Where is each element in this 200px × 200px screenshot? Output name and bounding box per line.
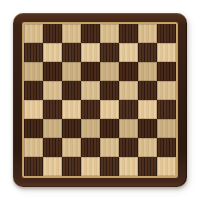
- square-h2: [157, 138, 176, 157]
- square-d1: [81, 157, 100, 176]
- square-g7: [138, 43, 157, 62]
- square-c4: [62, 100, 81, 119]
- square-h6: [157, 62, 176, 81]
- square-a5: [24, 81, 43, 100]
- square-h3: [157, 119, 176, 138]
- square-h8: [157, 24, 176, 43]
- square-c3: [62, 119, 81, 138]
- maple-border-inlay: [22, 22, 178, 178]
- square-f7: [119, 43, 138, 62]
- square-g8: [138, 24, 157, 43]
- square-b8: [43, 24, 62, 43]
- square-a8: [24, 24, 43, 43]
- square-f4: [119, 100, 138, 119]
- square-c2: [62, 138, 81, 157]
- square-d3: [81, 119, 100, 138]
- square-g5: [138, 81, 157, 100]
- square-h1: [157, 157, 176, 176]
- product-photo-background: [0, 0, 200, 200]
- square-a7: [24, 43, 43, 62]
- square-b5: [43, 81, 62, 100]
- square-c6: [62, 62, 81, 81]
- square-a4: [24, 100, 43, 119]
- square-d7: [81, 43, 100, 62]
- square-d4: [81, 100, 100, 119]
- square-g6: [138, 62, 157, 81]
- square-e2: [100, 138, 119, 157]
- square-f3: [119, 119, 138, 138]
- square-b3: [43, 119, 62, 138]
- square-g3: [138, 119, 157, 138]
- square-h4: [157, 100, 176, 119]
- square-e3: [100, 119, 119, 138]
- chess-board: [13, 13, 187, 187]
- square-a2: [24, 138, 43, 157]
- square-f1: [119, 157, 138, 176]
- square-c7: [62, 43, 81, 62]
- square-f6: [119, 62, 138, 81]
- square-b2: [43, 138, 62, 157]
- square-e6: [100, 62, 119, 81]
- square-f8: [119, 24, 138, 43]
- square-c1: [62, 157, 81, 176]
- square-c5: [62, 81, 81, 100]
- square-f2: [119, 138, 138, 157]
- square-e5: [100, 81, 119, 100]
- square-h7: [157, 43, 176, 62]
- square-g2: [138, 138, 157, 157]
- square-e4: [100, 100, 119, 119]
- square-b4: [43, 100, 62, 119]
- square-e1: [100, 157, 119, 176]
- square-c8: [62, 24, 81, 43]
- square-d6: [81, 62, 100, 81]
- square-h5: [157, 81, 176, 100]
- square-a6: [24, 62, 43, 81]
- square-f5: [119, 81, 138, 100]
- square-g1: [138, 157, 157, 176]
- square-a3: [24, 119, 43, 138]
- square-g4: [138, 100, 157, 119]
- square-a1: [24, 157, 43, 176]
- square-e7: [100, 43, 119, 62]
- square-b6: [43, 62, 62, 81]
- square-b1: [43, 157, 62, 176]
- board-grid: [24, 24, 176, 176]
- square-b7: [43, 43, 62, 62]
- square-e8: [100, 24, 119, 43]
- square-d5: [81, 81, 100, 100]
- square-d8: [81, 24, 100, 43]
- square-d2: [81, 138, 100, 157]
